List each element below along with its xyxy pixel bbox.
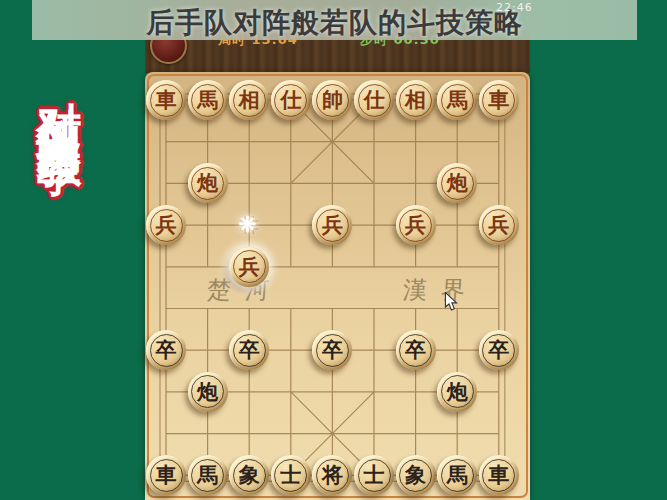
piece-glyph: 馬 xyxy=(188,455,228,495)
piece-glyph: 兵 xyxy=(396,205,436,245)
piece-glyph: 兵 xyxy=(146,205,186,245)
title-strip: 后手队对阵般若队的斗技策略 22:46 xyxy=(32,0,637,40)
piece-black-cannon[interactable]: 炮 xyxy=(437,372,477,412)
piece-black-horse[interactable]: 馬 xyxy=(188,455,228,495)
piece-glyph: 馬 xyxy=(437,455,477,495)
xiangqi-board[interactable]: 楚河 漢界 車馬相仕帥仕相馬車炮炮兵兵兵兵兵卒卒卒卒卒炮炮車馬象士将士象馬車❋ xyxy=(145,72,530,500)
piece-glyph: 馬 xyxy=(188,80,228,120)
piece-glyph: 帥 xyxy=(312,80,352,120)
piece-black-advisor[interactable]: 士 xyxy=(354,455,394,495)
piece-glyph: 炮 xyxy=(188,163,228,203)
piece-black-cannon[interactable]: 炮 xyxy=(188,372,228,412)
piece-red-horse[interactable]: 馬 xyxy=(188,80,228,120)
piece-red-elephant[interactable]: 相 xyxy=(396,80,436,120)
piece-glyph: 炮 xyxy=(188,372,228,412)
piece-red-chariot[interactable]: 車 xyxy=(146,80,186,120)
piece-red-advisor[interactable]: 仕 xyxy=(271,80,311,120)
piece-black-soldier[interactable]: 卒 xyxy=(312,330,352,370)
piece-red-advisor[interactable]: 仕 xyxy=(354,80,394,120)
piece-glyph: 象 xyxy=(396,455,436,495)
piece-red-soldier[interactable]: 兵 xyxy=(479,205,519,245)
piece-red-soldier[interactable]: 兵 xyxy=(312,205,352,245)
piece-red-elephant[interactable]: 相 xyxy=(229,80,269,120)
piece-glyph: 士 xyxy=(271,455,311,495)
page-title: 后手队对阵般若队的斗技策略 xyxy=(146,4,523,42)
piece-glyph: 車 xyxy=(479,80,519,120)
piece-black-elephant[interactable]: 象 xyxy=(229,455,269,495)
piece-red-cannon[interactable]: 炮 xyxy=(188,163,228,203)
piece-black-chariot[interactable]: 車 xyxy=(146,455,186,495)
piece-glyph: 炮 xyxy=(437,372,477,412)
piece-glyph: 兵 xyxy=(229,247,269,287)
piece-black-chariot[interactable]: 車 xyxy=(479,455,519,495)
piece-glyph: 卒 xyxy=(312,330,352,370)
piece-red-soldier[interactable]: 兵 xyxy=(146,205,186,245)
piece-glyph: 相 xyxy=(229,80,269,120)
piece-red-general[interactable]: 帥 xyxy=(312,80,352,120)
piece-glyph: 士 xyxy=(354,455,394,495)
piece-red-cannon[interactable]: 炮 xyxy=(437,163,477,203)
piece-glyph: 将 xyxy=(312,455,352,495)
piece-glyph: 炮 xyxy=(437,163,477,203)
piece-black-soldier[interactable]: 卒 xyxy=(479,330,519,370)
mouse-cursor-icon xyxy=(444,292,458,312)
piece-glyph: 相 xyxy=(396,80,436,120)
piece-glyph: 卒 xyxy=(479,330,519,370)
piece-black-general[interactable]: 将 xyxy=(312,455,352,495)
piece-glyph: 車 xyxy=(479,455,519,495)
piece-glyph: 卒 xyxy=(396,330,436,370)
piece-glyph: 仕 xyxy=(271,80,311,120)
piece-glyph: 象 xyxy=(229,455,269,495)
screenshot-stage: 局时 15:04 步时 00:30 楚河 漢界 車馬相仕帥仕相馬車炮炮兵兵兵兵兵… xyxy=(0,0,667,500)
piece-glyph: 車 xyxy=(146,80,186,120)
status-clock: 22:46 xyxy=(496,1,533,14)
piece-black-advisor[interactable]: 士 xyxy=(271,455,311,495)
piece-glyph: 兵 xyxy=(312,205,352,245)
piece-glyph: 卒 xyxy=(229,330,269,370)
piece-glyph: 卒 xyxy=(146,330,186,370)
piece-glyph: 馬 xyxy=(437,80,477,120)
piece-glyph: 兵 xyxy=(479,205,519,245)
piece-red-soldier[interactable]: 兵 xyxy=(396,205,436,245)
river-label-han-jie: 漢界 xyxy=(402,274,480,306)
piece-black-horse[interactable]: 馬 xyxy=(437,455,477,495)
piece-glyph: 仕 xyxy=(354,80,394,120)
piece-red-chariot[interactable]: 車 xyxy=(479,80,519,120)
piece-black-soldier[interactable]: 卒 xyxy=(396,330,436,370)
piece-glyph: 車 xyxy=(146,455,186,495)
side-banner-text: 对付仙人指路教学 xyxy=(37,66,82,122)
piece-red-horse[interactable]: 馬 xyxy=(437,80,477,120)
xiangqi-app: 局时 15:04 步时 00:30 楚河 漢界 車馬相仕帥仕相馬車炮炮兵兵兵兵兵… xyxy=(145,25,530,500)
last-move-origin-sparkle-icon: ❋ xyxy=(238,212,256,237)
piece-black-soldier[interactable]: 卒 xyxy=(146,330,186,370)
piece-black-soldier[interactable]: 卒 xyxy=(229,330,269,370)
piece-red-soldier[interactable]: 兵 xyxy=(229,247,269,287)
piece-black-elephant[interactable]: 象 xyxy=(396,455,436,495)
